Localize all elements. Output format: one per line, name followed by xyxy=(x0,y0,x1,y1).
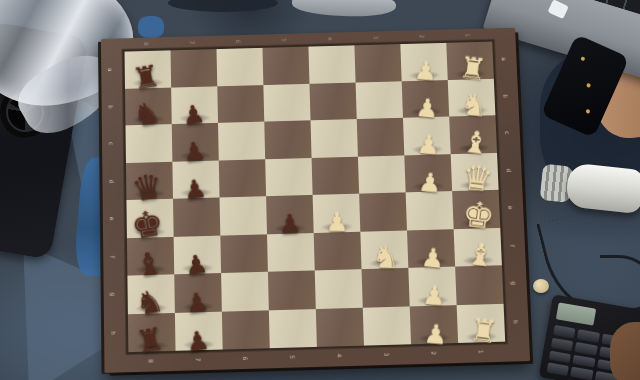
white-rook-a1: ♜ xyxy=(446,42,494,80)
square-h6 xyxy=(222,310,270,350)
square-c7: ♟ xyxy=(172,123,219,161)
black-pawn-f7: ♟ xyxy=(174,235,221,274)
white-knight-b1: ♞ xyxy=(448,78,496,116)
square-b3 xyxy=(356,81,403,119)
square-h7: ♟ xyxy=(175,311,223,351)
photo-stage: ♜♟♜♞♟♟♞♟♟♝♛♟♟♛♚♟♟♚♝♟♞♟♝♞♟♟♜♟♟♜ 887766554… xyxy=(0,0,640,380)
black-pawn-c7: ♟ xyxy=(172,123,219,161)
square-b5 xyxy=(263,83,310,121)
black-pawn-h7: ♟ xyxy=(175,311,223,351)
black-bishop-f8: ♝ xyxy=(127,236,174,275)
square-h1: ♜ xyxy=(457,303,506,343)
square-a6 xyxy=(217,48,264,86)
white-pawn-g2: ♟ xyxy=(408,267,456,306)
square-g6 xyxy=(221,272,269,311)
square-c1: ♝ xyxy=(449,115,497,153)
black-pawn-d7: ♟ xyxy=(172,160,219,199)
square-d6 xyxy=(219,159,266,198)
square-f5 xyxy=(267,233,315,272)
laptop-keyboard xyxy=(504,0,640,24)
square-e6 xyxy=(220,196,267,235)
white-knight-f3: ♞ xyxy=(360,230,408,269)
black-king-e8: ♚ xyxy=(126,199,173,238)
chess-board: ♜♟♜♞♟♟♞♟♟♝♛♟♟♛♚♟♟♚♝♟♞♟♝♞♟♟♜♟♟♜ 887766554… xyxy=(101,28,530,373)
laptop-sticker xyxy=(548,0,569,19)
square-b4 xyxy=(309,82,356,120)
square-d4 xyxy=(312,156,360,195)
square-h5 xyxy=(269,309,317,349)
square-f3: ♞ xyxy=(360,230,408,269)
square-c4 xyxy=(311,119,358,157)
black-rook-a8: ♜ xyxy=(125,50,172,88)
white-rook-h1: ♜ xyxy=(457,303,506,343)
square-d3 xyxy=(358,155,406,194)
square-f6 xyxy=(220,234,268,273)
square-a2: ♟ xyxy=(400,43,447,81)
white-pawn-c2: ♟ xyxy=(403,117,451,155)
square-f1: ♝ xyxy=(454,227,502,266)
square-c5 xyxy=(264,120,311,158)
white-bishop-c1: ♝ xyxy=(449,115,497,153)
square-e8: ♚ xyxy=(126,199,173,238)
square-d7: ♟ xyxy=(172,160,219,199)
square-b6 xyxy=(217,85,264,123)
square-g8: ♞ xyxy=(127,274,174,313)
square-c3 xyxy=(357,118,405,156)
white-bottle xyxy=(539,160,640,217)
square-b2: ♟ xyxy=(402,80,450,118)
white-pawn-e4: ♟ xyxy=(313,194,361,233)
square-a3 xyxy=(354,44,401,82)
black-pawn-g7: ♟ xyxy=(174,273,222,312)
square-c6 xyxy=(218,122,265,160)
white-king-e1: ♚ xyxy=(452,190,500,229)
black-pawn-e5: ♟ xyxy=(266,195,314,234)
square-b7: ♟ xyxy=(171,86,218,124)
square-h3 xyxy=(363,306,411,346)
square-c2: ♟ xyxy=(403,117,451,155)
white-bishop-f1: ♝ xyxy=(454,227,502,266)
square-f2: ♟ xyxy=(407,229,455,268)
square-h2: ♟ xyxy=(410,305,458,345)
calculator-display xyxy=(556,302,596,325)
square-g7: ♟ xyxy=(174,273,222,312)
square-f7: ♟ xyxy=(174,235,221,274)
white-pawn-f2: ♟ xyxy=(407,229,455,268)
square-g5 xyxy=(268,270,316,309)
square-e4: ♟ xyxy=(313,194,361,233)
square-f8: ♝ xyxy=(127,236,174,275)
square-h8: ♜ xyxy=(128,312,176,352)
white-pawn-d2: ♟ xyxy=(404,154,452,193)
square-g4 xyxy=(315,269,363,308)
square-b8: ♞ xyxy=(125,87,172,125)
hand-bottom-right xyxy=(610,322,640,380)
square-g2: ♟ xyxy=(408,267,456,306)
black-rook-h8: ♜ xyxy=(128,312,176,352)
white-queen-d1: ♛ xyxy=(451,152,499,191)
chess-grid: ♜♟♜♞♟♟♞♟♟♝♛♟♟♛♚♟♟♚♝♟♞♟♝♞♟♟♜♟♟♜ xyxy=(125,42,506,353)
square-d2: ♟ xyxy=(404,154,452,193)
black-queen-d8: ♛ xyxy=(126,161,173,200)
captured-piece-on-carpet xyxy=(533,279,549,293)
black-knight-b8: ♞ xyxy=(125,87,172,125)
carpet-shadow xyxy=(168,0,278,12)
square-a8: ♜ xyxy=(125,50,172,88)
square-a5 xyxy=(262,47,309,85)
square-e5: ♟ xyxy=(266,195,314,234)
white-pawn-h2: ♟ xyxy=(410,305,458,345)
white-pawn-b2: ♟ xyxy=(402,80,450,118)
black-pawn-b7: ♟ xyxy=(171,86,218,124)
square-f4 xyxy=(314,231,362,270)
square-e3 xyxy=(359,192,407,231)
square-b1: ♞ xyxy=(448,78,496,116)
square-d5 xyxy=(265,157,312,196)
square-d1: ♛ xyxy=(451,152,499,191)
white-pawn-a2: ♟ xyxy=(400,43,447,81)
square-a1: ♜ xyxy=(446,42,494,80)
bottle-body xyxy=(565,163,640,215)
square-e1: ♚ xyxy=(452,190,500,229)
square-h4 xyxy=(316,307,364,347)
square-d8: ♛ xyxy=(126,161,173,200)
square-a7 xyxy=(171,49,218,87)
square-a4 xyxy=(308,45,355,83)
black-knight-g8: ♞ xyxy=(127,274,174,313)
gray-fabric xyxy=(292,0,397,18)
blue-cloth-corner xyxy=(138,16,164,38)
